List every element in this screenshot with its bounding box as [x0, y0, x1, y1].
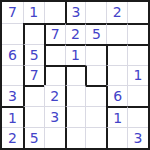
cell-r7c6[interactable]	[106, 127, 127, 148]
cell-r1c4[interactable]: 3	[65, 2, 86, 23]
cell-r3c3[interactable]	[44, 44, 65, 65]
cell-r7c7[interactable]: 3	[127, 127, 148, 148]
cell-r1c1[interactable]: 7	[2, 2, 23, 23]
given-digit: 3	[50, 110, 59, 124]
cell-r5c6[interactable]: 6	[106, 85, 127, 106]
given-digit: 1	[134, 68, 143, 82]
given-digit: 5	[30, 131, 39, 145]
given-digit: 1	[113, 111, 122, 125]
given-digit: 3	[72, 5, 81, 19]
cell-r4c2[interactable]: 7	[23, 65, 44, 86]
cell-r2c1[interactable]	[2, 23, 23, 44]
cell-r2c5[interactable]: 5	[85, 23, 106, 44]
cell-r4c7[interactable]: 1	[127, 65, 148, 86]
cell-r2c2[interactable]	[23, 23, 44, 44]
given-digit: 1	[8, 111, 17, 125]
cell-r3c6[interactable]	[106, 44, 127, 65]
given-digit: 2	[50, 89, 59, 103]
cell-r2c7[interactable]	[127, 23, 148, 44]
cell-r5c1[interactable]: 3	[2, 85, 23, 106]
cell-r5c3[interactable]: 2	[44, 85, 65, 106]
cell-r7c2[interactable]: 5	[23, 127, 44, 148]
cell-r6c5[interactable]	[85, 106, 106, 127]
cell-r7c3[interactable]	[44, 127, 65, 148]
cell-r5c4[interactable]	[65, 85, 86, 106]
given-digit: 2	[71, 27, 80, 41]
given-digit: 3	[8, 89, 17, 103]
given-digit: 5	[92, 27, 101, 41]
given-digit: 1	[71, 48, 80, 62]
cell-r1c2[interactable]: 1	[23, 2, 44, 23]
cell-r3c2[interactable]: 5	[23, 44, 44, 65]
cell-r1c5[interactable]	[85, 2, 106, 23]
cell-r4c3[interactable]	[44, 65, 65, 86]
cell-r3c7[interactable]	[127, 44, 148, 65]
given-digit: 6	[8, 48, 17, 62]
given-digit: 2	[8, 131, 17, 145]
cell-r6c7[interactable]	[127, 106, 148, 127]
cell-r7c4[interactable]	[65, 127, 86, 148]
cell-r7c1[interactable]: 2	[2, 127, 23, 148]
given-digit: 5	[30, 48, 39, 62]
cell-r5c2[interactable]	[23, 85, 44, 106]
given-digit: 7	[8, 5, 17, 19]
given-digit: 7	[51, 27, 60, 41]
given-digit: 1	[29, 5, 38, 19]
cell-r6c6[interactable]: 1	[106, 106, 127, 127]
cell-r4c5[interactable]	[85, 65, 106, 86]
given-digit: 3	[134, 131, 143, 145]
cell-r3c1[interactable]: 6	[2, 44, 23, 65]
cell-r3c5[interactable]	[85, 44, 106, 65]
cell-r4c1[interactable]	[2, 65, 23, 86]
suguru-board: 713272565171326131253	[0, 0, 150, 150]
cell-r5c7[interactable]	[127, 85, 148, 106]
cell-r6c4[interactable]	[65, 106, 86, 127]
cell-r5c5[interactable]	[85, 85, 106, 106]
cell-r6c3[interactable]: 3	[44, 106, 65, 127]
cell-r6c2[interactable]	[23, 106, 44, 127]
given-digit: 7	[30, 68, 39, 82]
cell-r2c3[interactable]: 7	[44, 23, 65, 44]
cell-r7c5[interactable]	[85, 127, 106, 148]
cell-r6c1[interactable]: 1	[2, 106, 23, 127]
cell-r4c4[interactable]	[65, 65, 86, 86]
cell-r1c7[interactable]	[127, 2, 148, 23]
cell-r2c6[interactable]	[106, 23, 127, 44]
cell-r4c6[interactable]	[106, 65, 127, 86]
cell-r3c4[interactable]: 1	[65, 44, 86, 65]
cell-r1c3[interactable]	[44, 2, 65, 23]
given-digit: 2	[113, 5, 122, 19]
cell-r1c6[interactable]: 2	[106, 2, 127, 23]
cell-r2c4[interactable]: 2	[65, 23, 86, 44]
given-digit: 6	[113, 89, 122, 103]
